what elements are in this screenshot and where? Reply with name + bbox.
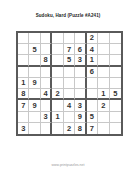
cell-r9c9: [110, 123, 121, 134]
cell-r8c6: 9: [75, 112, 86, 123]
cell-r7c6: 3: [75, 100, 86, 111]
cell-r1c1: [18, 33, 29, 44]
cell-r9c2: [29, 123, 40, 134]
cell-r4c7: 6: [87, 67, 98, 78]
cell-r9c3: [41, 123, 52, 134]
cell-r8c3: 3: [41, 112, 52, 123]
footer-url: www.printpuzzles.net: [0, 163, 136, 167]
cell-r3c3: 8: [41, 55, 52, 66]
cell-r1c5: [64, 33, 75, 44]
cell-r9c1: 3: [18, 123, 29, 134]
cell-r2c5: 7: [64, 44, 75, 55]
cell-r1c9: [110, 33, 121, 44]
cell-r3c8: [98, 55, 109, 66]
cell-r1c3: [41, 33, 52, 44]
cell-r5c2: 9: [29, 78, 40, 89]
cell-r9c5: 2: [64, 123, 75, 134]
cell-r4c5: [64, 67, 75, 78]
cell-r7c3: [41, 100, 52, 111]
cell-r1c2: [29, 33, 40, 44]
cell-r8c8: [98, 112, 109, 123]
cell-r2c6: 6: [75, 44, 86, 55]
cell-r5c5: [64, 78, 75, 89]
cell-r2c7: 4: [87, 44, 98, 55]
cell-r9c4: [52, 123, 63, 134]
cell-r4c1: [18, 67, 29, 78]
cell-r1c4: [52, 33, 63, 44]
cell-r3c1: [18, 55, 29, 66]
cell-r7c7: [87, 100, 98, 111]
cell-r3c9: [110, 55, 121, 66]
cell-r3c7: 1: [87, 55, 98, 66]
cell-r7c1: 7: [18, 100, 29, 111]
cell-r5c7: [87, 78, 98, 89]
sudoku-board: 257648531619842157943231953287: [16, 31, 123, 136]
cell-r2c4: [52, 44, 63, 55]
cell-r5c1: 1: [18, 78, 29, 89]
cell-r4c3: [41, 67, 52, 78]
cell-r1c7: 2: [87, 33, 98, 44]
cell-r3c5: 5: [64, 55, 75, 66]
cell-r6c8: 1: [98, 89, 109, 100]
cell-r6c1: 8: [18, 89, 29, 100]
cell-r2c2: 5: [29, 44, 40, 55]
cell-r5c3: [41, 78, 52, 89]
cell-r6c6: [75, 89, 86, 100]
cell-r8c9: [110, 112, 121, 123]
cell-r3c4: [52, 55, 63, 66]
cell-r7c9: [110, 100, 121, 111]
cell-r6c4: 2: [52, 89, 63, 100]
cell-r6c3: 4: [41, 89, 52, 100]
printable-sudoku-page: Sudoku, Hard (Puzzle #A241) 257648531619…: [0, 0, 136, 176]
cell-r7c5: 4: [64, 100, 75, 111]
cell-r2c1: [18, 44, 29, 55]
cell-r5c8: [98, 78, 109, 89]
cell-r3c2: [29, 55, 40, 66]
cell-r5c9: [110, 78, 121, 89]
cell-r6c7: [87, 89, 98, 100]
cell-r8c4: 1: [52, 112, 63, 123]
cell-r4c6: [75, 67, 86, 78]
cell-r7c4: [52, 100, 63, 111]
cell-r1c6: [75, 33, 86, 44]
cell-r6c5: [64, 89, 75, 100]
cell-r2c9: [110, 44, 121, 55]
cell-r6c9: 5: [110, 89, 121, 100]
cell-r2c3: [41, 44, 52, 55]
cell-r9c8: [98, 123, 109, 134]
cell-r4c9: [110, 67, 121, 78]
cell-r5c4: [52, 78, 63, 89]
cell-r7c8: 2: [98, 100, 109, 111]
cell-r9c7: 7: [87, 123, 98, 134]
cell-r5c6: [75, 78, 86, 89]
cell-r4c8: [98, 67, 109, 78]
cell-r8c7: 5: [87, 112, 98, 123]
cell-r4c4: [52, 67, 63, 78]
page-title: Sudoku, Hard (Puzzle #A241): [0, 13, 136, 18]
cell-r7c2: 9: [29, 100, 40, 111]
cell-r2c8: [98, 44, 109, 55]
cell-r8c2: [29, 112, 40, 123]
cell-r8c1: [18, 112, 29, 123]
cell-r9c6: 8: [75, 123, 86, 134]
cell-r4c2: [29, 67, 40, 78]
cell-r1c8: [98, 33, 109, 44]
cell-r8c5: [64, 112, 75, 123]
cell-r3c6: 3: [75, 55, 86, 66]
cell-r6c2: [29, 89, 40, 100]
